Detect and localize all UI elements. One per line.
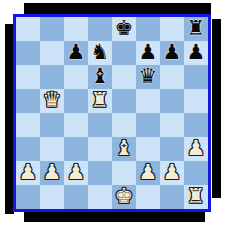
square-b8[interactable] <box>40 17 64 41</box>
square-c5[interactable] <box>64 89 88 113</box>
square-e5[interactable] <box>112 89 136 113</box>
piece-white-rook-d5[interactable]: ♜ <box>91 89 110 112</box>
chess-diagram: ♚♜♟♞♟♟♟♝♛♛♜♝♟♟♟♟♟♟♚♜ <box>0 0 225 225</box>
square-c1[interactable] <box>64 185 88 209</box>
piece-white-pawn-h3[interactable]: ♟ <box>187 137 206 160</box>
board-shadow-top <box>24 3 211 14</box>
square-c6[interactable] <box>64 65 88 89</box>
square-b2[interactable]: ♟ <box>40 161 64 185</box>
square-d3[interactable] <box>88 137 112 161</box>
square-g5[interactable] <box>160 89 184 113</box>
square-f4[interactable] <box>136 113 160 137</box>
piece-black-king-e8[interactable]: ♚ <box>115 17 134 40</box>
square-e6[interactable] <box>112 65 136 89</box>
square-f5[interactable] <box>136 89 160 113</box>
square-c7[interactable]: ♟ <box>64 41 88 65</box>
square-d5[interactable]: ♜ <box>88 89 112 113</box>
square-h8[interactable]: ♜ <box>184 17 208 41</box>
square-h1[interactable]: ♜ <box>184 185 208 209</box>
square-e4[interactable] <box>112 113 136 137</box>
square-a5[interactable] <box>16 89 40 113</box>
square-g2[interactable]: ♟ <box>160 161 184 185</box>
square-b7[interactable] <box>40 41 64 65</box>
piece-black-knight-d7[interactable]: ♞ <box>91 41 110 64</box>
square-g3[interactable] <box>160 137 184 161</box>
square-h5[interactable] <box>184 89 208 113</box>
piece-white-queen-b5[interactable]: ♛ <box>43 89 62 112</box>
piece-white-pawn-g2[interactable]: ♟ <box>163 161 182 184</box>
square-h6[interactable] <box>184 65 208 89</box>
square-e3[interactable]: ♝ <box>112 137 136 161</box>
piece-black-pawn-c7[interactable]: ♟ <box>67 41 86 64</box>
square-a6[interactable] <box>16 65 40 89</box>
piece-black-pawn-f7[interactable]: ♟ <box>139 41 158 64</box>
square-b3[interactable] <box>40 137 64 161</box>
square-h7[interactable]: ♟ <box>184 41 208 65</box>
square-e1[interactable]: ♚ <box>112 185 136 209</box>
square-b1[interactable] <box>40 185 64 209</box>
square-a2[interactable]: ♟ <box>16 161 40 185</box>
board-shadow-bottom <box>24 212 205 222</box>
piece-black-pawn-g7[interactable]: ♟ <box>163 41 182 64</box>
square-d2[interactable] <box>88 161 112 185</box>
square-g8[interactable] <box>160 17 184 41</box>
square-a3[interactable] <box>16 137 40 161</box>
square-d7[interactable]: ♞ <box>88 41 112 65</box>
square-c2[interactable]: ♟ <box>64 161 88 185</box>
square-d8[interactable] <box>88 17 112 41</box>
square-f2[interactable]: ♟ <box>136 161 160 185</box>
board-frame: ♚♜♟♞♟♟♟♝♛♛♜♝♟♟♟♟♟♟♚♜ <box>13 14 211 212</box>
piece-white-rook-h1[interactable]: ♜ <box>187 185 206 208</box>
square-a7[interactable] <box>16 41 40 65</box>
square-e8[interactable]: ♚ <box>112 17 136 41</box>
piece-black-pawn-h7[interactable]: ♟ <box>187 41 206 64</box>
piece-white-pawn-a2[interactable]: ♟ <box>19 161 38 184</box>
square-f1[interactable] <box>136 185 160 209</box>
square-d1[interactable] <box>88 185 112 209</box>
square-f8[interactable] <box>136 17 160 41</box>
square-b6[interactable] <box>40 65 64 89</box>
square-h3[interactable]: ♟ <box>184 137 208 161</box>
square-g6[interactable] <box>160 65 184 89</box>
square-f6[interactable]: ♛ <box>136 65 160 89</box>
board-shadow-right <box>212 19 221 198</box>
piece-black-rook-h8[interactable]: ♜ <box>187 17 206 40</box>
piece-white-pawn-b2[interactable]: ♟ <box>43 161 62 184</box>
square-a8[interactable] <box>16 17 40 41</box>
square-d6[interactable]: ♝ <box>88 65 112 89</box>
square-g4[interactable] <box>160 113 184 137</box>
square-c3[interactable] <box>64 137 88 161</box>
piece-white-pawn-c2[interactable]: ♟ <box>67 161 86 184</box>
square-h2[interactable] <box>184 161 208 185</box>
piece-white-pawn-f2[interactable]: ♟ <box>139 161 158 184</box>
square-h4[interactable] <box>184 113 208 137</box>
square-a1[interactable] <box>16 185 40 209</box>
square-c4[interactable] <box>64 113 88 137</box>
square-c8[interactable] <box>64 17 88 41</box>
square-a4[interactable] <box>16 113 40 137</box>
square-g1[interactable] <box>160 185 184 209</box>
chess-board: ♚♜♟♞♟♟♟♝♛♛♜♝♟♟♟♟♟♟♚♜ <box>16 17 208 209</box>
piece-black-bishop-d6[interactable]: ♝ <box>91 65 110 88</box>
square-g7[interactable]: ♟ <box>160 41 184 65</box>
square-e7[interactable] <box>112 41 136 65</box>
piece-black-queen-f6[interactable]: ♛ <box>139 65 158 88</box>
piece-white-king-e1[interactable]: ♚ <box>115 185 134 208</box>
square-b4[interactable] <box>40 113 64 137</box>
square-e2[interactable] <box>112 161 136 185</box>
piece-white-bishop-e3[interactable]: ♝ <box>115 137 134 160</box>
square-d4[interactable] <box>88 113 112 137</box>
square-f7[interactable]: ♟ <box>136 41 160 65</box>
square-f3[interactable] <box>136 137 160 161</box>
square-b5[interactable]: ♛ <box>40 89 64 113</box>
